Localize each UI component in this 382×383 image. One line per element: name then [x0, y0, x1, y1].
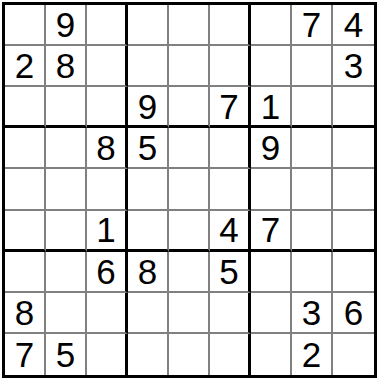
cell-r2c1[interactable]: 2 [5, 46, 46, 87]
cell-r9c8[interactable]: 2 [292, 334, 333, 375]
cell-r6c9[interactable] [333, 211, 374, 252]
cell-r7c4[interactable]: 8 [128, 252, 169, 293]
cell-r8c2[interactable] [46, 293, 87, 334]
cell-r6c7[interactable]: 7 [251, 211, 292, 252]
cell-r4c6[interactable] [210, 128, 251, 169]
cell-r1c5[interactable] [169, 5, 210, 46]
cell-r3c6[interactable]: 7 [210, 87, 251, 128]
cell-r2c4[interactable] [128, 46, 169, 87]
cell-r2c3[interactable] [87, 46, 128, 87]
cell-r9c7[interactable] [251, 334, 292, 375]
cell-r4c2[interactable] [46, 128, 87, 169]
cell-r5c5[interactable] [169, 169, 210, 210]
cell-r3c7[interactable]: 1 [251, 87, 292, 128]
cell-r9c5[interactable] [169, 334, 210, 375]
cell-r9c9[interactable] [333, 334, 374, 375]
cell-r7c5[interactable] [169, 252, 210, 293]
cell-r3c2[interactable] [46, 87, 87, 128]
cell-r1c9[interactable]: 4 [333, 5, 374, 46]
cell-r5c6[interactable] [210, 169, 251, 210]
cell-r3c4[interactable]: 9 [128, 87, 169, 128]
cell-r5c3[interactable] [87, 169, 128, 210]
cell-r8c4[interactable] [128, 293, 169, 334]
cell-r5c2[interactable] [46, 169, 87, 210]
cell-r5c8[interactable] [292, 169, 333, 210]
cell-r8c5[interactable] [169, 293, 210, 334]
cell-r7c9[interactable] [333, 252, 374, 293]
cell-r4c3[interactable]: 8 [87, 128, 128, 169]
cell-r9c4[interactable] [128, 334, 169, 375]
cell-r1c8[interactable]: 7 [292, 5, 333, 46]
cell-r8c1[interactable]: 8 [5, 293, 46, 334]
cell-r9c1[interactable]: 7 [5, 334, 46, 375]
cell-r2c8[interactable] [292, 46, 333, 87]
cell-r5c4[interactable] [128, 169, 169, 210]
cell-r4c9[interactable] [333, 128, 374, 169]
page: { "game": "sudoku", "position": ".9.....… [0, 0, 382, 383]
cell-r7c1[interactable] [5, 252, 46, 293]
cell-r3c3[interactable] [87, 87, 128, 128]
cell-r5c9[interactable] [333, 169, 374, 210]
cell-r7c7[interactable] [251, 252, 292, 293]
cell-r6c1[interactable] [5, 211, 46, 252]
cell-r4c1[interactable] [5, 128, 46, 169]
cell-r6c8[interactable] [292, 211, 333, 252]
cell-r2c7[interactable] [251, 46, 292, 87]
cell-r8c7[interactable] [251, 293, 292, 334]
cell-r2c6[interactable] [210, 46, 251, 87]
cell-r6c5[interactable] [169, 211, 210, 252]
cell-r2c9[interactable]: 3 [333, 46, 374, 87]
cell-r7c6[interactable]: 5 [210, 252, 251, 293]
cell-r7c2[interactable] [46, 252, 87, 293]
cell-r6c4[interactable] [128, 211, 169, 252]
cell-r3c5[interactable] [169, 87, 210, 128]
sudoku-board: 974283971859147685836752 [2, 2, 377, 378]
cell-r6c6[interactable]: 4 [210, 211, 251, 252]
cell-r6c3[interactable]: 1 [87, 211, 128, 252]
cell-r9c2[interactable]: 5 [46, 334, 87, 375]
cell-r9c3[interactable] [87, 334, 128, 375]
cell-r4c7[interactable]: 9 [251, 128, 292, 169]
cell-r8c6[interactable] [210, 293, 251, 334]
cell-r2c2[interactable]: 8 [46, 46, 87, 87]
cell-r4c8[interactable] [292, 128, 333, 169]
cell-r1c4[interactable] [128, 5, 169, 46]
cell-r5c7[interactable] [251, 169, 292, 210]
cell-r4c4[interactable]: 5 [128, 128, 169, 169]
cell-r1c7[interactable] [251, 5, 292, 46]
cell-r8c8[interactable]: 3 [292, 293, 333, 334]
cell-r3c1[interactable] [5, 87, 46, 128]
cell-r1c3[interactable] [87, 5, 128, 46]
cell-r3c8[interactable] [292, 87, 333, 128]
cell-r6c2[interactable] [46, 211, 87, 252]
cell-r7c8[interactable] [292, 252, 333, 293]
cell-r1c2[interactable]: 9 [46, 5, 87, 46]
cell-r2c5[interactable] [169, 46, 210, 87]
cell-r7c3[interactable]: 6 [87, 252, 128, 293]
cell-r1c1[interactable] [5, 5, 46, 46]
cell-r9c6[interactable] [210, 334, 251, 375]
cell-r3c9[interactable] [333, 87, 374, 128]
cell-r8c3[interactable] [87, 293, 128, 334]
cell-r1c6[interactable] [210, 5, 251, 46]
cell-r8c9[interactable]: 6 [333, 293, 374, 334]
cell-r4c5[interactable] [169, 128, 210, 169]
cell-r5c1[interactable] [5, 169, 46, 210]
